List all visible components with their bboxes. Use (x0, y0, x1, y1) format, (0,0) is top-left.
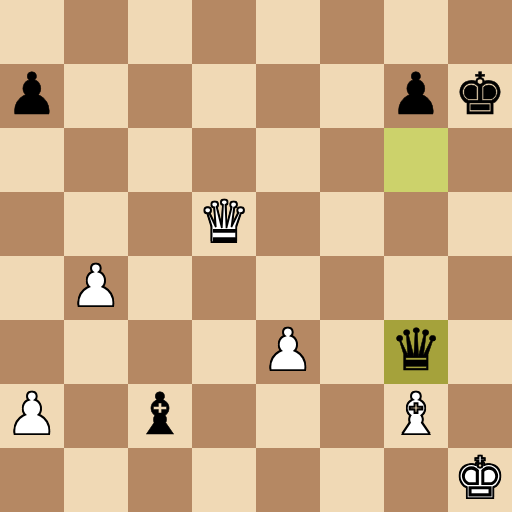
square-f2[interactable] (320, 384, 384, 448)
square-g7[interactable]: ♟ (384, 64, 448, 128)
square-g5[interactable] (384, 192, 448, 256)
square-g1[interactable] (384, 448, 448, 512)
black-queen[interactable]: ♛ (390, 321, 442, 379)
square-e3[interactable]: ♟ (256, 320, 320, 384)
square-c5[interactable] (128, 192, 192, 256)
square-f3[interactable] (320, 320, 384, 384)
white-pawn[interactable]: ♟ (262, 321, 314, 379)
square-e5[interactable] (256, 192, 320, 256)
square-d5[interactable]: ♛ (192, 192, 256, 256)
square-b6[interactable] (64, 128, 128, 192)
square-b3[interactable] (64, 320, 128, 384)
square-h1[interactable]: ♚ (448, 448, 512, 512)
square-h5[interactable] (448, 192, 512, 256)
square-b7[interactable] (64, 64, 128, 128)
black-pawn[interactable]: ♟ (6, 65, 58, 123)
square-b5[interactable] (64, 192, 128, 256)
square-f6[interactable] (320, 128, 384, 192)
square-a1[interactable] (0, 448, 64, 512)
square-e8[interactable] (256, 0, 320, 64)
square-b8[interactable] (64, 0, 128, 64)
square-f5[interactable] (320, 192, 384, 256)
square-e4[interactable] (256, 256, 320, 320)
square-a6[interactable] (0, 128, 64, 192)
square-a8[interactable] (0, 0, 64, 64)
black-pawn[interactable]: ♟ (390, 65, 442, 123)
square-c7[interactable] (128, 64, 192, 128)
square-c3[interactable] (128, 320, 192, 384)
chess-board: ♟♟♚♛♟♟♛♟♝♝♚ (0, 0, 512, 512)
square-b1[interactable] (64, 448, 128, 512)
square-e7[interactable] (256, 64, 320, 128)
square-f7[interactable] (320, 64, 384, 128)
square-g6[interactable] (384, 128, 448, 192)
square-h6[interactable] (448, 128, 512, 192)
square-c8[interactable] (128, 0, 192, 64)
square-d3[interactable] (192, 320, 256, 384)
square-e1[interactable] (256, 448, 320, 512)
square-c4[interactable] (128, 256, 192, 320)
square-h7[interactable]: ♚ (448, 64, 512, 128)
square-a5[interactable] (0, 192, 64, 256)
square-h2[interactable] (448, 384, 512, 448)
square-h3[interactable] (448, 320, 512, 384)
square-f8[interactable] (320, 0, 384, 64)
square-e2[interactable] (256, 384, 320, 448)
square-d2[interactable] (192, 384, 256, 448)
square-d7[interactable] (192, 64, 256, 128)
square-e6[interactable] (256, 128, 320, 192)
square-g3[interactable]: ♛ (384, 320, 448, 384)
square-g2[interactable]: ♝ (384, 384, 448, 448)
white-pawn[interactable]: ♟ (70, 257, 122, 315)
square-a4[interactable] (0, 256, 64, 320)
square-c6[interactable] (128, 128, 192, 192)
square-d6[interactable] (192, 128, 256, 192)
square-h8[interactable] (448, 0, 512, 64)
square-c1[interactable] (128, 448, 192, 512)
square-b2[interactable] (64, 384, 128, 448)
square-c2[interactable]: ♝ (128, 384, 192, 448)
square-h4[interactable] (448, 256, 512, 320)
square-d8[interactable] (192, 0, 256, 64)
white-pawn[interactable]: ♟ (6, 385, 58, 443)
black-king[interactable]: ♚ (454, 65, 506, 123)
white-queen[interactable]: ♛ (198, 193, 250, 251)
square-a3[interactable] (0, 320, 64, 384)
square-d4[interactable] (192, 256, 256, 320)
white-bishop[interactable]: ♝ (390, 385, 442, 443)
square-a2[interactable]: ♟ (0, 384, 64, 448)
square-b4[interactable]: ♟ (64, 256, 128, 320)
square-f4[interactable] (320, 256, 384, 320)
square-d1[interactable] (192, 448, 256, 512)
square-g8[interactable] (384, 0, 448, 64)
square-a7[interactable]: ♟ (0, 64, 64, 128)
black-bishop[interactable]: ♝ (134, 385, 186, 443)
white-king[interactable]: ♚ (454, 449, 506, 507)
square-g4[interactable] (384, 256, 448, 320)
square-f1[interactable] (320, 448, 384, 512)
